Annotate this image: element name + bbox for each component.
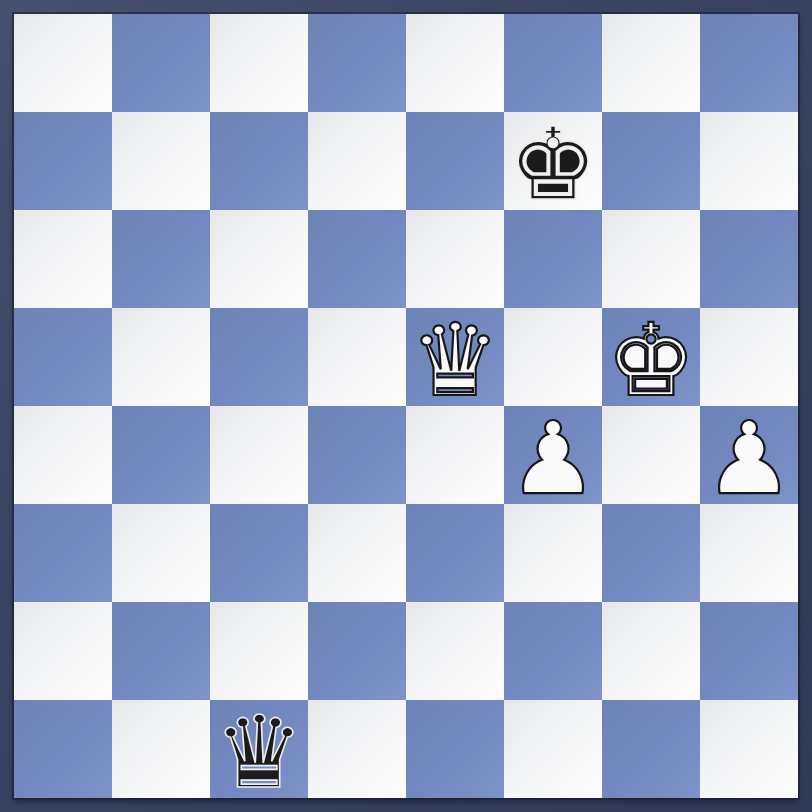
square-d2[interactable] bbox=[308, 602, 406, 700]
square-a7[interactable] bbox=[14, 112, 112, 210]
square-g6[interactable] bbox=[602, 210, 700, 308]
square-g4[interactable] bbox=[602, 406, 700, 504]
square-e2[interactable] bbox=[406, 602, 504, 700]
square-g7[interactable] bbox=[602, 112, 700, 210]
square-e4[interactable] bbox=[406, 406, 504, 504]
white-king[interactable]: ♚ bbox=[606, 311, 696, 406]
square-h1[interactable] bbox=[700, 700, 798, 798]
square-f2[interactable] bbox=[504, 602, 602, 700]
square-f8[interactable] bbox=[504, 14, 602, 112]
square-d3[interactable] bbox=[308, 504, 406, 602]
board-frame: ♚♛♚♟♟♛ bbox=[0, 0, 812, 812]
square-d7[interactable] bbox=[308, 112, 406, 210]
square-e1[interactable] bbox=[406, 700, 504, 798]
square-c1[interactable]: ♛ bbox=[210, 700, 308, 798]
square-b6[interactable] bbox=[112, 210, 210, 308]
square-f6[interactable] bbox=[504, 210, 602, 308]
square-f5[interactable] bbox=[504, 308, 602, 406]
white-queen[interactable]: ♛ bbox=[410, 311, 500, 406]
black-queen[interactable]: ♛ bbox=[214, 703, 304, 798]
square-e8[interactable] bbox=[406, 14, 504, 112]
square-f7[interactable]: ♚ bbox=[504, 112, 602, 210]
square-c2[interactable] bbox=[210, 602, 308, 700]
square-d8[interactable] bbox=[308, 14, 406, 112]
square-d1[interactable] bbox=[308, 700, 406, 798]
square-d4[interactable] bbox=[308, 406, 406, 504]
square-f1[interactable] bbox=[504, 700, 602, 798]
square-h4[interactable]: ♟ bbox=[700, 406, 798, 504]
white-pawn[interactable]: ♟ bbox=[704, 409, 794, 504]
square-b7[interactable] bbox=[112, 112, 210, 210]
square-b5[interactable] bbox=[112, 308, 210, 406]
square-c5[interactable] bbox=[210, 308, 308, 406]
square-a2[interactable] bbox=[14, 602, 112, 700]
square-a1[interactable] bbox=[14, 700, 112, 798]
square-a5[interactable] bbox=[14, 308, 112, 406]
square-b2[interactable] bbox=[112, 602, 210, 700]
square-h5[interactable] bbox=[700, 308, 798, 406]
square-g5[interactable]: ♚ bbox=[602, 308, 700, 406]
square-a4[interactable] bbox=[14, 406, 112, 504]
square-g3[interactable] bbox=[602, 504, 700, 602]
white-pawn[interactable]: ♟ bbox=[508, 409, 598, 504]
square-g8[interactable] bbox=[602, 14, 700, 112]
square-b3[interactable] bbox=[112, 504, 210, 602]
square-h8[interactable] bbox=[700, 14, 798, 112]
square-d5[interactable] bbox=[308, 308, 406, 406]
square-f4[interactable]: ♟ bbox=[504, 406, 602, 504]
black-king[interactable]: ♚ bbox=[508, 115, 598, 210]
square-d6[interactable] bbox=[308, 210, 406, 308]
square-b4[interactable] bbox=[112, 406, 210, 504]
square-c6[interactable] bbox=[210, 210, 308, 308]
square-e5[interactable]: ♛ bbox=[406, 308, 504, 406]
square-c3[interactable] bbox=[210, 504, 308, 602]
square-e6[interactable] bbox=[406, 210, 504, 308]
square-a8[interactable] bbox=[14, 14, 112, 112]
square-b8[interactable] bbox=[112, 14, 210, 112]
square-g1[interactable] bbox=[602, 700, 700, 798]
square-a6[interactable] bbox=[14, 210, 112, 308]
square-h6[interactable] bbox=[700, 210, 798, 308]
square-h7[interactable] bbox=[700, 112, 798, 210]
square-c8[interactable] bbox=[210, 14, 308, 112]
square-f3[interactable] bbox=[504, 504, 602, 602]
square-e3[interactable] bbox=[406, 504, 504, 602]
square-c4[interactable] bbox=[210, 406, 308, 504]
square-h2[interactable] bbox=[700, 602, 798, 700]
square-h3[interactable] bbox=[700, 504, 798, 602]
square-g2[interactable] bbox=[602, 602, 700, 700]
square-b1[interactable] bbox=[112, 700, 210, 798]
square-e7[interactable] bbox=[406, 112, 504, 210]
square-a3[interactable] bbox=[14, 504, 112, 602]
chess-board: ♚♛♚♟♟♛ bbox=[14, 14, 798, 798]
square-c7[interactable] bbox=[210, 112, 308, 210]
